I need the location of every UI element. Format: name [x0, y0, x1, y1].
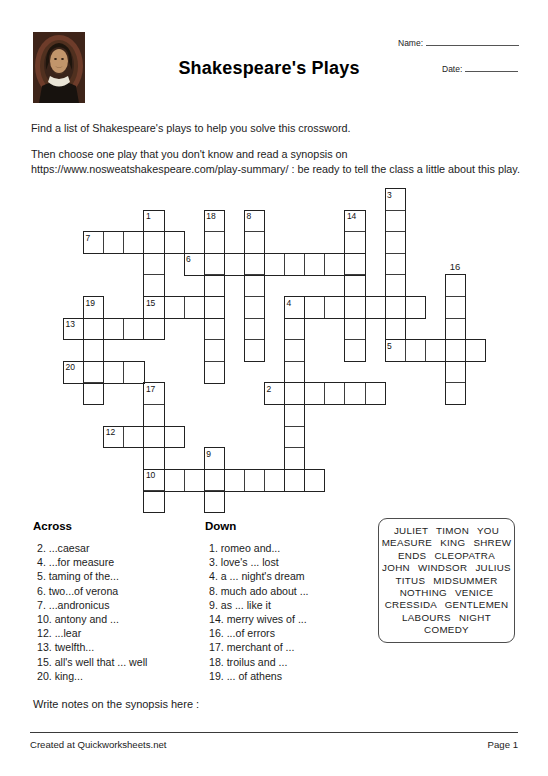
- crossword-cell[interactable]: [204, 447, 225, 470]
- crossword-cell[interactable]: [344, 382, 365, 405]
- clue-across-4: 4. ...for measure: [33, 555, 147, 569]
- crossword-cell[interactable]: [143, 253, 164, 276]
- crossword-cell[interactable]: [344, 210, 365, 233]
- crossword-cell[interactable]: [385, 339, 406, 362]
- crossword-cell[interactable]: [465, 339, 486, 362]
- crossword-cell[interactable]: [103, 361, 124, 384]
- crossword-cell[interactable]: [425, 339, 446, 362]
- clue-down-14: 14. merry wives of ...: [205, 612, 309, 626]
- crossword-cell[interactable]: [324, 382, 345, 405]
- crossword-cell[interactable]: [244, 274, 265, 297]
- crossword-cell[interactable]: [244, 231, 265, 254]
- crossword-cell[interactable]: [184, 296, 205, 319]
- crossword-cell[interactable]: [143, 231, 164, 254]
- crossword-cell[interactable]: [284, 382, 305, 405]
- crossword-cell[interactable]: [143, 404, 164, 427]
- crossword-cell[interactable]: [284, 426, 305, 449]
- crossword-cell[interactable]: [83, 318, 104, 341]
- clue-across-13: 13. twelfth...: [33, 640, 147, 654]
- crossword-cell[interactable]: [244, 210, 265, 233]
- crossword-cell[interactable]: [143, 490, 164, 513]
- crossword-cell[interactable]: [385, 296, 406, 319]
- crossword-cell[interactable]: [344, 339, 365, 362]
- word-bank-line: ENDS CLEOPATRA: [381, 550, 512, 562]
- crossword-cell[interactable]: [184, 469, 205, 492]
- crossword-cell[interactable]: [143, 447, 164, 470]
- crossword-cell[interactable]: [164, 296, 185, 319]
- crossword-cell[interactable]: [445, 382, 466, 405]
- instructions-line-3: https://www.nosweatshakespeare.com/play-…: [31, 163, 520, 175]
- crossword-cell[interactable]: [385, 188, 406, 211]
- crossword-cell[interactable]: [445, 318, 466, 341]
- word-bank-line: NOTHING VENICE: [381, 587, 512, 599]
- crossword-cell[interactable]: [244, 339, 265, 362]
- crossword-cell[interactable]: [264, 382, 285, 405]
- crossword-cell[interactable]: [445, 296, 466, 319]
- crossword-cell[interactable]: [385, 318, 406, 341]
- crossword-cell[interactable]: [143, 274, 164, 297]
- down-clue-list: 1. romeo and...3. love's ... lost4. a ..…: [205, 541, 309, 683]
- word-bank-line: JULIET TIMON YOU: [381, 525, 512, 537]
- crossword-cell[interactable]: [264, 253, 285, 276]
- crossword-cell[interactable]: [143, 382, 164, 405]
- word-bank-line: TITUS MIDSUMMER: [381, 575, 512, 587]
- crossword-cell[interactable]: [63, 318, 84, 341]
- crossword-cell[interactable]: [304, 296, 325, 319]
- crossword-cell[interactable]: [344, 318, 365, 341]
- across-clue-list: 2. ...caesar4. ...for measure5. taming o…: [33, 541, 147, 683]
- footer-credit: Created at Quickworksheets.net: [30, 739, 167, 750]
- crossword-cell[interactable]: [405, 296, 426, 319]
- crossword-cell[interactable]: [184, 253, 205, 276]
- crossword-cell[interactable]: [445, 339, 466, 362]
- crossword-cell[interactable]: [284, 318, 305, 341]
- clue-across-7: 7. ...andronicus: [33, 598, 147, 612]
- crossword-cell[interactable]: [244, 253, 265, 276]
- instructions-line-2: Then choose one play that you don't know…: [31, 148, 348, 160]
- clue-down-4: 4. a ... night's dream: [205, 569, 309, 583]
- crossword-cell[interactable]: [103, 318, 124, 341]
- crossword-cell[interactable]: [123, 318, 144, 341]
- crossword-cell[interactable]: [143, 318, 164, 341]
- word-bank-box: JULIET TIMON YOUMEASURE KING SHREWENDS C…: [378, 518, 515, 643]
- crossword-cell[interactable]: [143, 469, 164, 492]
- notes-label: Write notes on the synopsis here :: [33, 698, 199, 710]
- crossword-cell[interactable]: [164, 469, 185, 492]
- crossword-cell[interactable]: [405, 339, 426, 362]
- across-clues-section: Across 2. ...caesar4. ...for measure5. t…: [33, 520, 147, 683]
- crossword-cell[interactable]: [204, 490, 225, 513]
- crossword-cell[interactable]: [204, 296, 225, 319]
- crossword-cell[interactable]: [123, 426, 144, 449]
- crossword-cell[interactable]: [204, 253, 225, 276]
- crossword-cell[interactable]: [344, 253, 365, 276]
- clue-down-8: 8. much ado about ...: [205, 584, 309, 598]
- crossword-cell[interactable]: [344, 296, 365, 319]
- clue-across-6: 6. two...of verona: [33, 584, 147, 598]
- across-heading: Across: [33, 520, 147, 532]
- footer: Created at Quickworksheets.net Page 1: [30, 739, 518, 750]
- crossword-cell[interactable]: [445, 361, 466, 384]
- crossword-cell[interactable]: [103, 231, 124, 254]
- word-bank-line: JOHN WINDSOR JULIUS: [381, 562, 512, 574]
- clue-down-17: 17. merchant of ...: [205, 640, 309, 654]
- crossword-cell[interactable]: [83, 361, 104, 384]
- word-bank-line: COMEDY: [381, 624, 512, 636]
- crossword-cell[interactable]: [164, 231, 185, 254]
- crossword-cell[interactable]: [445, 274, 466, 297]
- notes-writing-area[interactable]: [30, 712, 518, 730]
- crossword-cell[interactable]: [324, 253, 345, 276]
- crossword-cell[interactable]: [143, 210, 164, 233]
- word-bank-line: CRESSIDA GENTLEMEN: [381, 599, 512, 611]
- date-input-line[interactable]: [465, 64, 518, 72]
- footer-divider: [30, 732, 518, 733]
- crossword-cell[interactable]: [365, 382, 386, 405]
- crossword-cell[interactable]: [204, 469, 225, 492]
- crossword-cell[interactable]: [385, 231, 406, 254]
- name-label: Name:: [398, 38, 423, 48]
- worksheet-page: Shakespeare's Plays Name: Date: Find a l…: [0, 0, 548, 776]
- crossword-cell[interactable]: [344, 274, 365, 297]
- clue-across-5: 5. taming of the...: [33, 569, 147, 583]
- clue-down-16: 16. ...of errors: [205, 626, 309, 640]
- crossword-cell[interactable]: [164, 426, 185, 449]
- clue-across-10: 10. antony and ...: [33, 612, 147, 626]
- crossword-cell[interactable]: [143, 296, 164, 319]
- crossword-cell[interactable]: [284, 404, 305, 427]
- crossword-cell[interactable]: [304, 469, 325, 492]
- crossword-cell[interactable]: [63, 361, 84, 384]
- down-clues-section: Down 1. romeo and...3. love's ... lost4.…: [205, 520, 309, 683]
- clue-across-2: 2. ...caesar: [33, 541, 147, 555]
- crossword-cell[interactable]: [244, 469, 265, 492]
- crossword-cell[interactable]: [284, 447, 305, 470]
- clue-number-16: 16: [445, 262, 465, 272]
- name-input-line[interactable]: [426, 38, 519, 46]
- crossword-cell[interactable]: [365, 296, 386, 319]
- crossword-cell[interactable]: [83, 296, 104, 319]
- crossword-cell[interactable]: [83, 231, 104, 254]
- crossword-cell[interactable]: [344, 231, 365, 254]
- crossword-cell[interactable]: [204, 274, 225, 297]
- crossword-cell[interactable]: [204, 361, 225, 384]
- clue-down-1: 1. romeo and...: [205, 541, 309, 555]
- crossword-cell[interactable]: [385, 210, 406, 233]
- date-field: Date:: [442, 64, 518, 74]
- crossword-cell[interactable]: [204, 210, 225, 233]
- crossword-cell[interactable]: [284, 361, 305, 384]
- name-field: Name:: [398, 38, 519, 48]
- crossword-cell[interactable]: [83, 382, 104, 405]
- crossword-cell[interactable]: [244, 296, 265, 319]
- crossword-cell[interactable]: [324, 296, 345, 319]
- down-heading: Down: [205, 520, 309, 532]
- crossword-cell[interactable]: [204, 231, 225, 254]
- crossword-grid: 76154135202121031188141619179: [63, 188, 487, 513]
- word-bank-line: LABOURS NIGHT: [381, 612, 512, 624]
- clue-across-20: 20. king...: [33, 669, 147, 683]
- crossword-cell[interactable]: [284, 296, 305, 319]
- clue-down-3: 3. love's ... lost: [205, 555, 309, 569]
- crossword-cell[interactable]: [103, 426, 124, 449]
- crossword-cell[interactable]: [304, 382, 325, 405]
- crossword-cell[interactable]: [123, 361, 144, 384]
- crossword-cell[interactable]: [264, 469, 285, 492]
- crossword-cell[interactable]: [224, 469, 245, 492]
- crossword-cell[interactable]: [244, 318, 265, 341]
- footer-page-number: Page 1: [488, 739, 518, 750]
- instructions-paragraph-1: Find a list of Shakespeare's plays to he…: [31, 122, 351, 134]
- instructions-paragraph-2: Then choose one play that you don't know…: [31, 147, 520, 176]
- date-label: Date:: [442, 64, 462, 74]
- clue-down-19: 19. ... of athens: [205, 669, 309, 683]
- crossword-cell[interactable]: [284, 339, 305, 362]
- word-bank-line: MEASURE KING SHREW: [381, 537, 512, 549]
- clue-across-12: 12. ...lear: [33, 626, 147, 640]
- crossword-cell[interactable]: [123, 231, 144, 254]
- crossword-cell[interactable]: [224, 253, 245, 276]
- clue-down-9: 9. as ... like it: [205, 598, 309, 612]
- crossword-cell[interactable]: [385, 253, 406, 276]
- clue-across-15: 15. all's well that ... well: [33, 655, 147, 669]
- crossword-cell[interactable]: [143, 426, 164, 449]
- crossword-cell[interactable]: [284, 253, 305, 276]
- crossword-cell[interactable]: [204, 339, 225, 362]
- crossword-cell[interactable]: [284, 469, 305, 492]
- crossword-cell[interactable]: [385, 274, 406, 297]
- crossword-cell[interactable]: [304, 253, 325, 276]
- clue-down-18: 18. troilus and ...: [205, 655, 309, 669]
